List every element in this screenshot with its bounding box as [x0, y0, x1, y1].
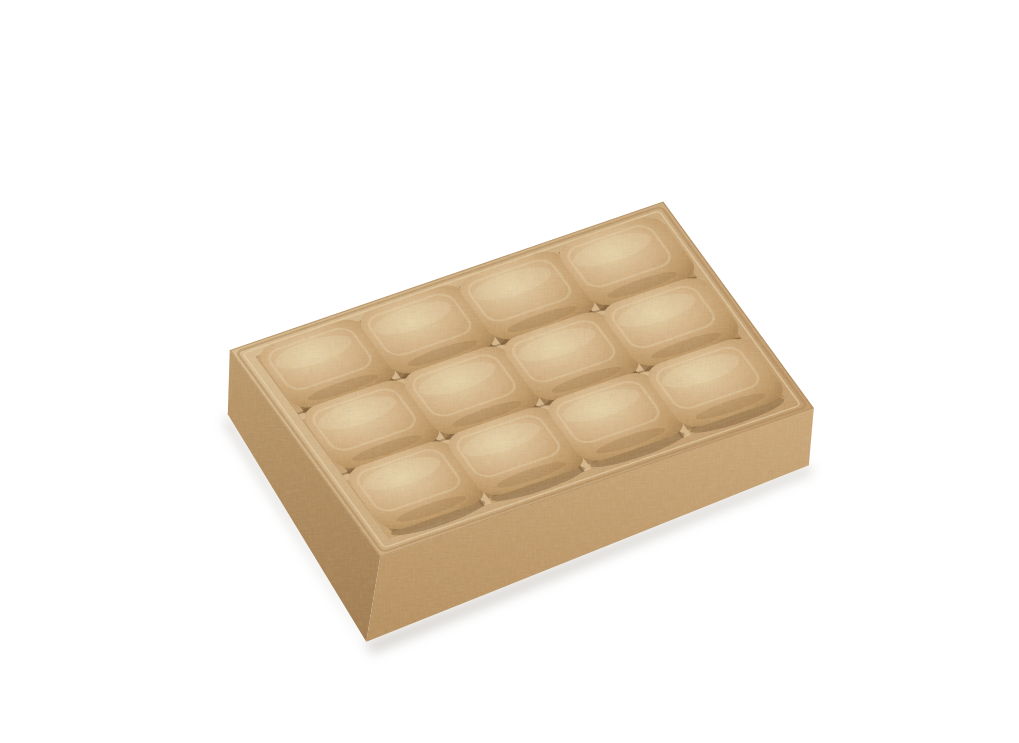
photo-stage	[0, 0, 1019, 743]
watch-pillow-tray-photo	[0, 0, 1019, 743]
